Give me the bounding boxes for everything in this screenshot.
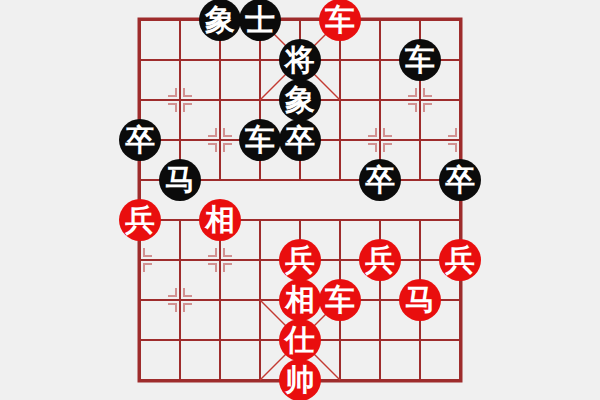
piece-black-soldier[interactable]: 卒 — [359, 159, 401, 201]
piece-black-advisor[interactable]: 士 — [239, 0, 281, 41]
piece-black-soldier[interactable]: 卒 — [439, 159, 481, 201]
piece-red-soldier[interactable]: 兵 — [439, 239, 481, 281]
piece-red-soldier[interactable]: 兵 — [359, 239, 401, 281]
piece-red-horse[interactable]: 马 — [399, 279, 441, 321]
piece-red-elephant[interactable]: 相 — [279, 279, 321, 321]
piece-red-chariot[interactable]: 车 — [319, 279, 361, 321]
piece-black-elephant[interactable]: 象 — [199, 0, 241, 41]
piece-red-general[interactable]: 帅 — [279, 359, 321, 400]
piece-black-chariot[interactable]: 车 — [239, 119, 281, 161]
piece-red-advisor[interactable]: 仕 — [279, 319, 321, 361]
piece-black-general[interactable]: 将 — [279, 39, 321, 81]
piece-red-soldier[interactable]: 兵 — [279, 239, 321, 281]
piece-black-soldier[interactable]: 卒 — [279, 119, 321, 161]
piece-black-chariot[interactable]: 车 — [399, 39, 441, 81]
piece-black-horse[interactable]: 马 — [159, 159, 201, 201]
piece-layer[interactable]: 象士车将车象卒车卒马卒卒兵相兵兵兵相车马仕帅 — [120, 0, 480, 400]
piece-black-soldier[interactable]: 卒 — [119, 119, 161, 161]
xiangqi-board: 象士车将车象卒车卒马卒卒兵相兵兵兵相车马仕帅 — [0, 0, 600, 400]
piece-black-elephant[interactable]: 象 — [279, 79, 321, 121]
piece-red-chariot[interactable]: 车 — [319, 0, 361, 41]
piece-red-soldier[interactable]: 兵 — [119, 199, 161, 241]
piece-red-elephant[interactable]: 相 — [199, 199, 241, 241]
